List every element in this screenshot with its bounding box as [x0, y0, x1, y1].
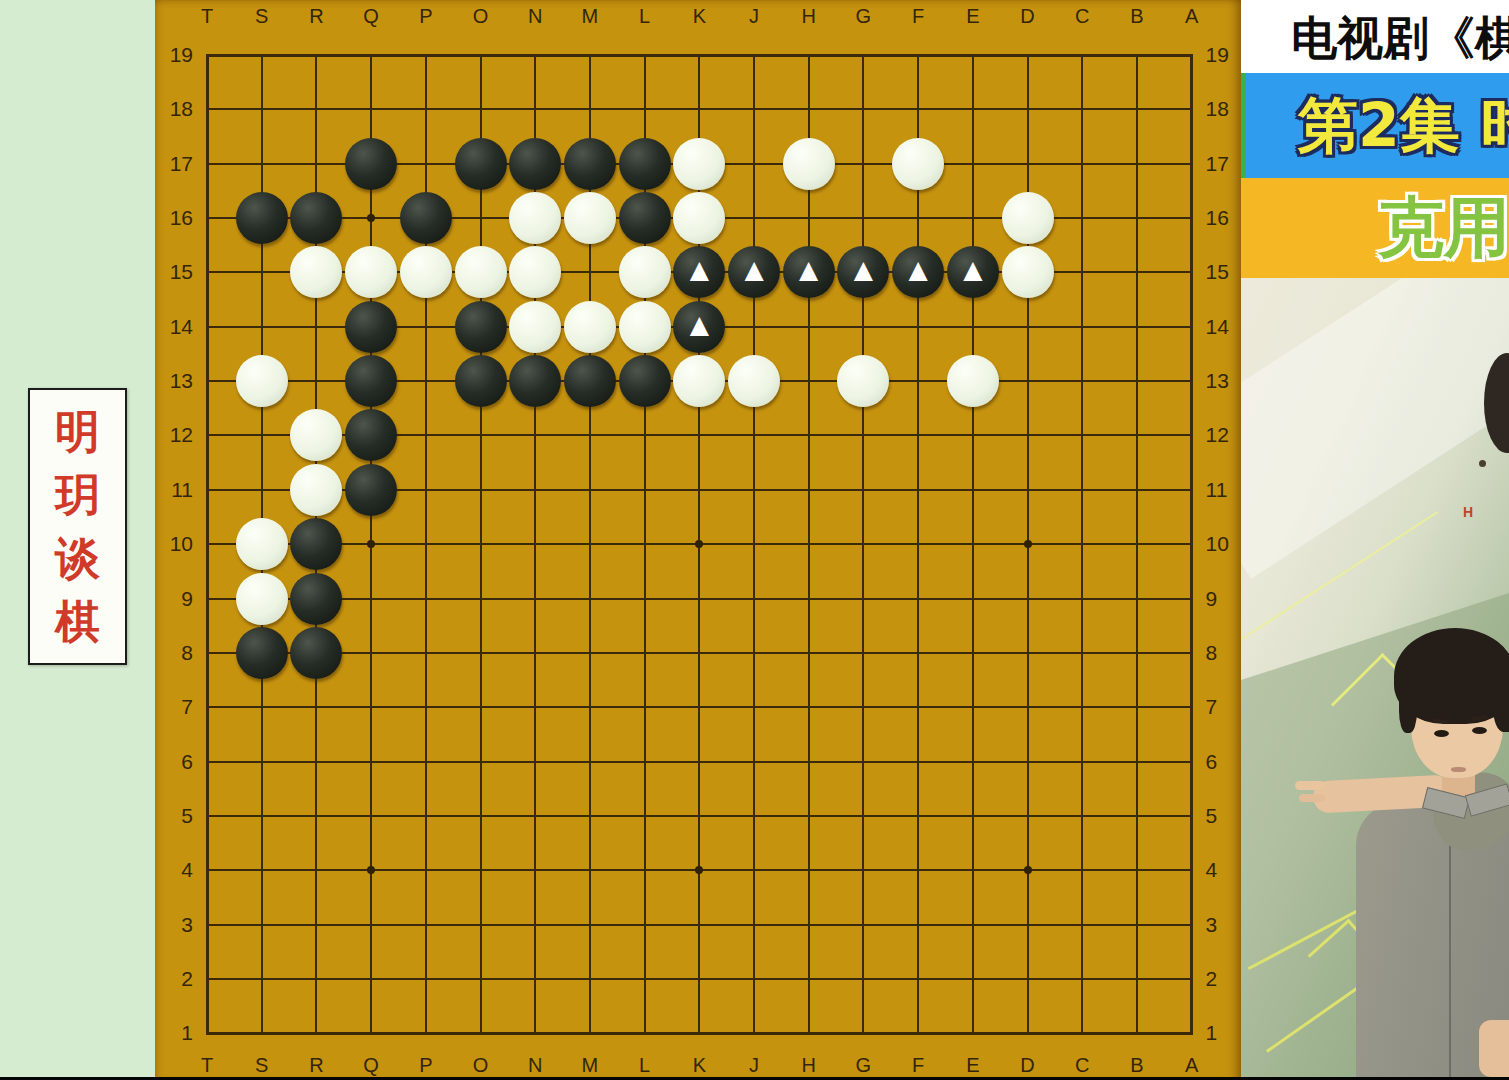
row-label-right: 5: [1206, 804, 1244, 828]
stone-black-L16: [619, 192, 671, 244]
actor-eye: [1472, 727, 1487, 734]
stone-black-K15: ▲: [673, 246, 725, 298]
stone-black-N13: [509, 355, 561, 407]
column-label-top: L: [629, 4, 661, 28]
stone-black-R9: [290, 573, 342, 625]
star-point: [1024, 540, 1032, 548]
stone-black-S16: [236, 192, 288, 244]
stone-black-R16: [290, 192, 342, 244]
poster-light-ridge: [1241, 278, 1509, 579]
grid-line-vertical: [753, 54, 755, 1035]
row-label-left: 4: [155, 858, 193, 882]
stone-black-Q17: [345, 138, 397, 190]
column-label-top: N: [519, 4, 551, 28]
star-point: [367, 866, 375, 874]
series-title: 电视剧《棋: [1241, 0, 1509, 73]
stone-white-N16: [509, 192, 561, 244]
stone-white-O15: [455, 246, 507, 298]
row-label-right: 2: [1206, 967, 1244, 991]
column-label-top: C: [1066, 4, 1098, 28]
row-label-left: 11: [155, 478, 193, 502]
column-label-top: D: [1012, 4, 1044, 28]
triangle-mark: ▲: [690, 244, 709, 296]
grid-line-vertical: [1190, 54, 1193, 1035]
column-label-bottom: S: [246, 1053, 278, 1077]
column-label-top: E: [957, 4, 989, 28]
column-label-top: F: [902, 4, 934, 28]
stone-black-R8: [290, 627, 342, 679]
column-label-top: P: [410, 4, 442, 28]
grid-line-vertical: [808, 54, 810, 1035]
column-label-top: M: [574, 4, 606, 28]
column-label-bottom: R: [300, 1053, 332, 1077]
row-label-left: 14: [155, 315, 193, 339]
stone-black-G15: ▲: [837, 246, 889, 298]
stone-white-P15: [400, 246, 452, 298]
star-point: [1024, 866, 1032, 874]
stone-white-K17: [673, 138, 725, 190]
right-panel: 电视剧《棋 第2集 时 克用 H: [1241, 0, 1509, 1080]
stone-white-F17: [892, 138, 944, 190]
stone-white-E13: [947, 355, 999, 407]
highlight-band: 克用: [1241, 178, 1509, 278]
column-label-bottom: J: [738, 1053, 770, 1077]
stone-black-Q12: [345, 409, 397, 461]
episode-label: 第2集 时: [1246, 73, 1509, 178]
stone-white-S10: [236, 518, 288, 570]
row-label-right: 1: [1206, 1021, 1244, 1045]
stone-black-H15: ▲: [783, 246, 835, 298]
grid-line-horizontal: [206, 978, 1194, 980]
stone-white-N15: [509, 246, 561, 298]
title-band: 电视剧《棋: [1241, 0, 1509, 73]
stone-black-J15: ▲: [728, 246, 780, 298]
row-label-right: 4: [1206, 858, 1244, 882]
grid-line-vertical: [1081, 54, 1083, 1035]
stone-black-F15: ▲: [892, 246, 944, 298]
row-label-right: 10: [1206, 532, 1244, 556]
column-label-top: G: [847, 4, 879, 28]
column-label-bottom: T: [191, 1053, 223, 1077]
column-label-bottom: G: [847, 1053, 879, 1077]
grid-line-vertical: [862, 54, 864, 1035]
row-label-right: 14: [1206, 315, 1244, 339]
drama-poster: H: [1241, 278, 1509, 1077]
stone-black-N17: [509, 138, 561, 190]
row-label-left: 15: [155, 260, 193, 284]
go-board: TT1919SS1818RR1717QQ1616PP1515OO1414NN13…: [155, 0, 1241, 1080]
video-frame: 明 玥 谈 棋 TT1919SS1818RR1717QQ1616PP1515OO…: [0, 0, 1509, 1080]
grid-line-horizontal: [206, 706, 1194, 708]
poster-small-text: H: [1463, 504, 1476, 520]
left-sidebar: 明 玥 谈 棋: [0, 0, 155, 1080]
stone-white-L15: [619, 246, 671, 298]
stone-white-S9: [236, 573, 288, 625]
row-label-left: 1: [155, 1021, 193, 1045]
stone-white-Q15: [345, 246, 397, 298]
stone-black-S8: [236, 627, 288, 679]
stone-white-K16: [673, 192, 725, 244]
grid-line-horizontal: [206, 1032, 1194, 1035]
grid-line-vertical: [972, 54, 974, 1035]
row-label-right: 16: [1206, 206, 1244, 230]
column-label-bottom: Q: [355, 1053, 387, 1077]
row-label-right: 9: [1206, 587, 1244, 611]
grid-line-vertical: [917, 54, 919, 1035]
channel-name-card: 明 玥 谈 棋: [28, 388, 127, 665]
stone-white-L14: [619, 301, 671, 353]
row-label-left: 3: [155, 913, 193, 937]
star-point: [695, 540, 703, 548]
actor-forearm: [1479, 1020, 1509, 1077]
row-label-right: 19: [1206, 43, 1244, 67]
row-label-right: 13: [1206, 369, 1244, 393]
triangle-mark: ▲: [963, 244, 982, 296]
row-label-left: 2: [155, 967, 193, 991]
column-label-bottom: D: [1012, 1053, 1044, 1077]
column-label-bottom: E: [957, 1053, 989, 1077]
star-point: [367, 540, 375, 548]
row-label-left: 9: [155, 587, 193, 611]
column-label-bottom: N: [519, 1053, 551, 1077]
row-label-right: 8: [1206, 641, 1244, 665]
row-label-right: 15: [1206, 260, 1244, 284]
column-label-top: T: [191, 4, 223, 28]
stone-black-Q13: [345, 355, 397, 407]
star-point: [367, 214, 375, 222]
grid-line-horizontal: [206, 924, 1194, 926]
row-label-right: 12: [1206, 423, 1244, 447]
actor-finger: [1295, 781, 1325, 790]
shirt-placket: [1449, 838, 1451, 1077]
column-label-bottom: L: [629, 1053, 661, 1077]
column-label-bottom: P: [410, 1053, 442, 1077]
grid-line-horizontal: [206, 815, 1194, 817]
row-label-left: 6: [155, 750, 193, 774]
triangle-mark: ▲: [854, 244, 873, 296]
row-label-left: 10: [155, 532, 193, 556]
episode-band: 第2集 时: [1241, 73, 1509, 178]
stone-white-M14: [564, 301, 616, 353]
row-label-left: 12: [155, 423, 193, 447]
stone-black-R10: [290, 518, 342, 570]
stone-white-D16: [1002, 192, 1054, 244]
row-label-left: 7: [155, 695, 193, 719]
grid-line-horizontal: [206, 652, 1194, 654]
row-label-right: 17: [1206, 152, 1244, 176]
actor-finger: [1299, 794, 1325, 802]
column-label-bottom: C: [1066, 1053, 1098, 1077]
row-label-right: 11: [1206, 478, 1244, 502]
column-label-top: R: [300, 4, 332, 28]
column-label-top: Q: [355, 4, 387, 28]
row-label-left: 16: [155, 206, 193, 230]
triangle-mark: ▲: [799, 244, 818, 296]
column-label-top: H: [793, 4, 825, 28]
name-char-4: 棋: [55, 599, 100, 644]
actor-hair-fringe: [1404, 650, 1508, 696]
stone-black-O17: [455, 138, 507, 190]
row-label-right: 7: [1206, 695, 1244, 719]
row-label-left: 18: [155, 97, 193, 121]
stone-black-L17: [619, 138, 671, 190]
stone-white-D15: [1002, 246, 1054, 298]
stone-white-R11: [290, 464, 342, 516]
stone-black-M17: [564, 138, 616, 190]
actor-eye: [1434, 730, 1449, 737]
stone-black-K14: ▲: [673, 301, 725, 353]
column-label-bottom: O: [465, 1053, 497, 1077]
column-label-top: S: [246, 4, 278, 28]
stone-black-Q14: [345, 301, 397, 353]
row-label-left: 13: [155, 369, 193, 393]
grid-line-vertical: [1136, 54, 1138, 1035]
stone-white-J13: [728, 355, 780, 407]
name-char-2: 玥: [55, 472, 100, 517]
stone-white-H17: [783, 138, 835, 190]
stone-white-K13: [673, 355, 725, 407]
stone-white-R15: [290, 246, 342, 298]
column-label-top: O: [465, 4, 497, 28]
stone-white-N14: [509, 301, 561, 353]
column-label-bottom: B: [1121, 1053, 1153, 1077]
stone-black-O14: [455, 301, 507, 353]
triangle-mark: ▲: [908, 244, 927, 296]
stone-black-M13: [564, 355, 616, 407]
row-label-right: 18: [1206, 97, 1244, 121]
column-label-top: B: [1121, 4, 1153, 28]
triangle-mark: ▲: [690, 299, 709, 351]
stone-black-E15: ▲: [947, 246, 999, 298]
row-label-right: 3: [1206, 913, 1244, 937]
name-char-3: 谈: [55, 536, 100, 581]
highlight-label: 克用: [1241, 178, 1509, 278]
triangle-mark: ▲: [744, 244, 763, 296]
stone-white-R12: [290, 409, 342, 461]
row-label-left: 5: [155, 804, 193, 828]
stone-black-O13: [455, 355, 507, 407]
stone-white-M16: [564, 192, 616, 244]
column-label-top: A: [1176, 4, 1208, 28]
grid-line-horizontal: [206, 761, 1194, 763]
column-label-bottom: H: [793, 1053, 825, 1077]
row-label-left: 8: [155, 641, 193, 665]
row-label-right: 6: [1206, 750, 1244, 774]
column-label-top: K: [683, 4, 715, 28]
column-label-bottom: A: [1176, 1053, 1208, 1077]
stone-black-Q11: [345, 464, 397, 516]
column-label-bottom: M: [574, 1053, 606, 1077]
column-label-bottom: K: [683, 1053, 715, 1077]
stone-black-P16: [400, 192, 452, 244]
stone-white-S13: [236, 355, 288, 407]
name-char-1: 明: [55, 409, 100, 454]
actor-mouth: [1451, 767, 1466, 772]
column-label-top: J: [738, 4, 770, 28]
stone-black-L13: [619, 355, 671, 407]
poster-fleck: [1479, 460, 1486, 467]
stone-white-G13: [837, 355, 889, 407]
star-point: [695, 866, 703, 874]
row-label-left: 19: [155, 43, 193, 67]
grid-line-horizontal: [206, 598, 1194, 600]
column-label-bottom: F: [902, 1053, 934, 1077]
row-label-left: 17: [155, 152, 193, 176]
